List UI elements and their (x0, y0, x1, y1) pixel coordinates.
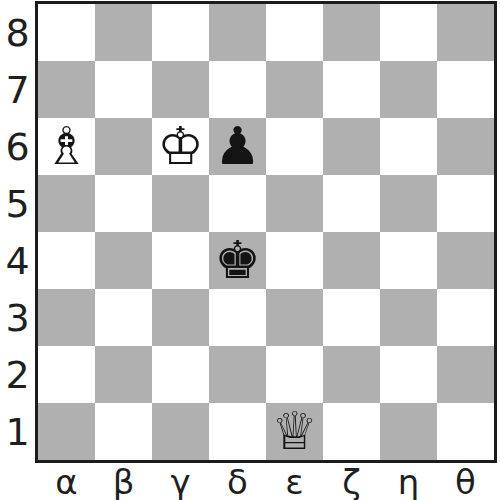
square-e3 (266, 289, 323, 346)
square-c1 (152, 403, 209, 460)
square-f1 (323, 403, 380, 460)
square-h6 (437, 118, 494, 175)
file-label-f: ζ (323, 462, 380, 500)
square-d3 (209, 289, 266, 346)
white-bishop: ♗ (43, 120, 90, 172)
square-b8 (95, 4, 152, 61)
square-a6: ♗ (38, 118, 95, 175)
rank-label-7: 7 (0, 61, 35, 118)
rank-label-6: 6 (0, 118, 35, 175)
square-d5 (209, 175, 266, 232)
square-d2 (209, 346, 266, 403)
square-h4 (437, 232, 494, 289)
square-g6 (380, 118, 437, 175)
square-f6 (323, 118, 380, 175)
file-label-e: ε (266, 462, 323, 500)
square-g1 (380, 403, 437, 460)
square-g4 (380, 232, 437, 289)
square-d8 (209, 4, 266, 61)
square-c4 (152, 232, 209, 289)
square-h5 (437, 175, 494, 232)
square-e6 (266, 118, 323, 175)
file-label-d: δ (209, 462, 266, 500)
square-b2 (95, 346, 152, 403)
black-pawn: ♟ (214, 120, 261, 172)
square-g7 (380, 61, 437, 118)
file-label-g: η (380, 462, 437, 500)
black-king: ♚ (214, 234, 261, 286)
rank-label-5: 5 (0, 175, 35, 232)
square-a5 (38, 175, 95, 232)
rank-label-1: 1 (0, 403, 35, 460)
square-b7 (95, 61, 152, 118)
square-h1 (437, 403, 494, 460)
chess-diagram: 87654321 ♗♔♟♚♕ αβγδεζηθ (0, 0, 500, 500)
square-c3 (152, 289, 209, 346)
square-c7 (152, 61, 209, 118)
square-e8 (266, 4, 323, 61)
square-c2 (152, 346, 209, 403)
square-d7 (209, 61, 266, 118)
square-g8 (380, 4, 437, 61)
square-e5 (266, 175, 323, 232)
rank-label-2: 2 (0, 346, 35, 403)
square-e1: ♕ (266, 403, 323, 460)
square-f7 (323, 61, 380, 118)
square-f2 (323, 346, 380, 403)
square-b6 (95, 118, 152, 175)
square-b3 (95, 289, 152, 346)
square-b5 (95, 175, 152, 232)
file-labels: αβγδεζηθ (38, 462, 494, 500)
square-f5 (323, 175, 380, 232)
file-label-c: γ (152, 462, 209, 500)
square-g3 (380, 289, 437, 346)
square-a7 (38, 61, 95, 118)
rank-labels: 87654321 (0, 4, 35, 460)
white-queen: ♕ (271, 405, 318, 457)
square-e4 (266, 232, 323, 289)
square-e2 (266, 346, 323, 403)
square-g2 (380, 346, 437, 403)
chess-board: ♗♔♟♚♕ (35, 1, 497, 463)
file-label-b: β (95, 462, 152, 500)
square-d4: ♚ (209, 232, 266, 289)
rank-label-4: 4 (0, 232, 35, 289)
rank-label-3: 3 (0, 289, 35, 346)
square-d1 (209, 403, 266, 460)
white-king: ♔ (157, 120, 204, 172)
square-f4 (323, 232, 380, 289)
square-b4 (95, 232, 152, 289)
rank-label-8: 8 (0, 4, 35, 61)
square-c8 (152, 4, 209, 61)
square-a3 (38, 289, 95, 346)
square-b1 (95, 403, 152, 460)
square-f3 (323, 289, 380, 346)
square-a8 (38, 4, 95, 61)
square-h8 (437, 4, 494, 61)
square-a1 (38, 403, 95, 460)
square-h3 (437, 289, 494, 346)
square-d6: ♟ (209, 118, 266, 175)
square-a4 (38, 232, 95, 289)
square-f8 (323, 4, 380, 61)
square-g5 (380, 175, 437, 232)
square-h7 (437, 61, 494, 118)
file-label-a: α (38, 462, 95, 500)
square-e7 (266, 61, 323, 118)
square-h2 (437, 346, 494, 403)
square-a2 (38, 346, 95, 403)
square-c5 (152, 175, 209, 232)
file-label-h: θ (437, 462, 494, 500)
square-c6: ♔ (152, 118, 209, 175)
